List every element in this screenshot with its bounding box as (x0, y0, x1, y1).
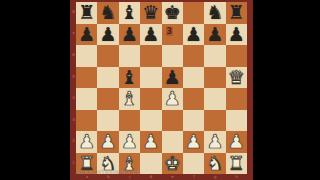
square-b8[interactable]: ♞ (97, 2, 118, 24)
file-label-e: e (169, 175, 177, 179)
piece-black-pawn-f7[interactable]: ♟ (183, 24, 204, 46)
piece-white-king-e1[interactable]: ♚ (162, 153, 183, 175)
square-c8[interactable]: ♝ (119, 2, 140, 24)
square-h6[interactable] (226, 45, 247, 67)
piece-white-pawn-f2[interactable]: ♟ (183, 131, 204, 153)
piece-black-bishop-c5[interactable]: ♝ (119, 67, 140, 89)
square-b2[interactable]: ♟ (97, 131, 118, 153)
square-f1[interactable] (183, 153, 204, 175)
square-a7[interactable]: ♟ (76, 24, 97, 46)
letterbox-bar-left (0, 0, 70, 180)
square-e2[interactable] (162, 131, 183, 153)
piece-white-rook-h1[interactable]: ♜ (226, 153, 247, 175)
square-b5[interactable] (97, 67, 118, 89)
square-h4[interactable] (226, 88, 247, 110)
square-a8[interactable]: ♜ (76, 2, 97, 24)
square-g5[interactable] (204, 67, 225, 89)
square-d1[interactable] (140, 153, 161, 175)
piece-white-pawn-d2[interactable]: ♟ (140, 131, 161, 153)
piece-black-pawn-c7[interactable]: ♟ (119, 24, 140, 46)
piece-white-pawn-g2[interactable]: ♟ (204, 131, 225, 153)
piece-black-rook-h8[interactable]: ♜ (226, 2, 247, 24)
square-g1[interactable]: ♞ (204, 153, 225, 175)
square-c6[interactable] (119, 45, 140, 67)
piece-black-knight-b8[interactable]: ♞ (97, 2, 118, 24)
square-f6[interactable] (183, 45, 204, 67)
square-f3[interactable] (183, 110, 204, 132)
letterbox-bar-right (253, 0, 320, 180)
file-label-d: d (147, 175, 155, 179)
square-a2[interactable]: ♟ (76, 131, 97, 153)
piece-black-pawn-d7[interactable]: ♟ (140, 24, 161, 46)
square-e6[interactable] (162, 45, 183, 67)
piece-white-knight-g1[interactable]: ♞ (204, 153, 225, 175)
square-c3[interactable] (119, 110, 140, 132)
square-a4[interactable] (76, 88, 97, 110)
square-e8[interactable]: ♚ (162, 2, 183, 24)
piece-black-king-e8[interactable]: ♚ (162, 2, 183, 24)
piece-black-rook-a8[interactable]: ♜ (76, 2, 97, 24)
square-e7[interactable]: 3 (162, 24, 183, 46)
square-f7[interactable]: ♟ (183, 24, 204, 46)
piece-white-bishop-c4[interactable]: ♝ (119, 88, 140, 110)
square-e5[interactable]: ♟ (162, 67, 183, 89)
square-d5[interactable] (140, 67, 161, 89)
square-d3[interactable] (140, 110, 161, 132)
square-d8[interactable]: ♛ (140, 2, 161, 24)
square-b3[interactable] (97, 110, 118, 132)
square-h8[interactable]: ♜ (226, 2, 247, 24)
piece-white-pawn-h2[interactable]: ♟ (226, 131, 247, 153)
square-a3[interactable] (76, 110, 97, 132)
piece-black-knight-g8[interactable]: ♞ (204, 2, 225, 24)
square-f5[interactable] (183, 67, 204, 89)
square-c7[interactable]: ♟ (119, 24, 140, 46)
square-e4[interactable]: ♟ (162, 88, 183, 110)
square-h2[interactable]: ♟ (226, 131, 247, 153)
piece-black-pawn-a7[interactable]: ♟ (76, 24, 97, 46)
square-c2[interactable]: ♟ (119, 131, 140, 153)
square-e3[interactable] (162, 110, 183, 132)
square-d4[interactable] (140, 88, 161, 110)
square-g3[interactable] (204, 110, 225, 132)
square-h5[interactable]: ♛ (226, 67, 247, 89)
piece-black-pawn-g7[interactable]: ♟ (204, 24, 225, 46)
square-h7[interactable]: ♟ (226, 24, 247, 46)
square-h3[interactable] (226, 110, 247, 132)
square-c5[interactable]: ♝ (119, 67, 140, 89)
square-f8[interactable] (183, 2, 204, 24)
file-label-g: g (211, 175, 219, 179)
file-label-h: h (233, 175, 241, 179)
square-h1[interactable]: ♜ (226, 153, 247, 175)
file-label-c: c (126, 175, 134, 179)
e7-annotation-marker: 3 (166, 27, 174, 36)
square-a6[interactable] (76, 45, 97, 67)
file-label-b: b (104, 175, 112, 179)
chess-board: 87654321 abcdefgh ♜♞♝♛♚♞♜♟♟♟♟3♟♟♟♝♟♛♝♟♟♟… (70, 0, 253, 180)
square-b7[interactable]: ♟ (97, 24, 118, 46)
piece-white-pawn-e4[interactable]: ♟ (162, 88, 183, 110)
piece-black-pawn-b7[interactable]: ♟ (97, 24, 118, 46)
file-label-a: a (83, 175, 91, 179)
square-a5[interactable] (76, 67, 97, 89)
square-c4[interactable]: ♝ (119, 88, 140, 110)
file-label-f: f (190, 175, 198, 179)
watermark-text: SCHACHTRAINING.DE (77, 169, 141, 175)
piece-white-queen-h5[interactable]: ♛ (226, 67, 247, 89)
square-b4[interactable] (97, 88, 118, 110)
square-g7[interactable]: ♟ (204, 24, 225, 46)
board-squares: ♜♞♝♛♚♞♜♟♟♟♟3♟♟♟♝♟♛♝♟♟♟♟♟♟♟♟♜♞♝♚♞♜ (76, 2, 247, 174)
square-g2[interactable]: ♟ (204, 131, 225, 153)
square-g4[interactable] (204, 88, 225, 110)
square-f4[interactable] (183, 88, 204, 110)
piece-white-pawn-a2[interactable]: ♟ (76, 131, 97, 153)
square-d7[interactable]: ♟ (140, 24, 161, 46)
piece-white-pawn-c2[interactable]: ♟ (119, 131, 140, 153)
square-g8[interactable]: ♞ (204, 2, 225, 24)
square-d6[interactable] (140, 45, 161, 67)
piece-white-pawn-b2[interactable]: ♟ (97, 131, 118, 153)
square-b6[interactable] (97, 45, 118, 67)
piece-black-pawn-e5[interactable]: ♟ (162, 67, 183, 89)
square-g6[interactable] (204, 45, 225, 67)
square-e1[interactable]: ♚ (162, 153, 183, 175)
square-f2[interactable]: ♟ (183, 131, 204, 153)
piece-black-queen-d8[interactable]: ♛ (140, 2, 161, 24)
piece-black-pawn-h7[interactable]: ♟ (226, 24, 247, 46)
piece-black-bishop-c8[interactable]: ♝ (119, 2, 140, 24)
square-d2[interactable]: ♟ (140, 131, 161, 153)
